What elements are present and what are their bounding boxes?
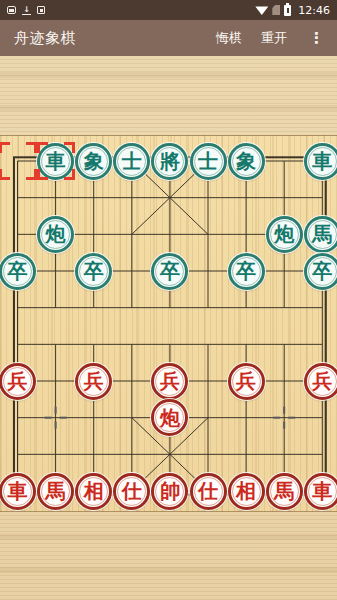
piece-glyph: 卒 <box>160 261 180 281</box>
piece-black-炮[interactable]: 炮 <box>266 216 303 253</box>
piece-glyph: 兵 <box>84 371 104 391</box>
piece-red-車[interactable]: 車 <box>304 473 337 510</box>
no-sim-icon <box>272 5 280 15</box>
app-bar: 舟迹象棋 悔棋 重开 ⋮ <box>0 20 337 56</box>
piece-black-士[interactable]: 士 <box>113 143 150 180</box>
piece-glyph: 卒 <box>8 261 28 281</box>
piece-black-象[interactable]: 象 <box>228 143 265 180</box>
piece-glyph: 兵 <box>312 371 332 391</box>
photo-icon <box>7 6 16 14</box>
piece-glyph: 仕 <box>122 481 142 501</box>
piece-red-馬[interactable]: 馬 <box>266 473 303 510</box>
piece-black-卒[interactable]: 卒 <box>0 253 36 290</box>
piece-red-仕[interactable]: 仕 <box>113 473 150 510</box>
piece-glyph: 車 <box>312 481 332 501</box>
piece-black-象[interactable]: 象 <box>75 143 112 180</box>
xiangqi-board[interactable]: 車象士將士象車炮炮馬卒卒卒卒卒兵兵兵兵兵炮車馬相仕帥仕相馬車 <box>0 135 337 512</box>
piece-red-兵[interactable]: 兵 <box>228 363 265 400</box>
piece-black-卒[interactable]: 卒 <box>75 253 112 290</box>
piece-glyph: 士 <box>122 151 142 171</box>
piece-black-馬[interactable]: 馬 <box>304 216 337 253</box>
piece-red-兵[interactable]: 兵 <box>0 363 36 400</box>
piece-glyph: 卒 <box>312 261 332 281</box>
status-bar: ↓ 12:46 <box>0 0 337 20</box>
overflow-menu-icon[interactable]: ⋮ <box>306 29 327 47</box>
piece-red-車[interactable]: 車 <box>0 473 36 510</box>
piece-red-馬[interactable]: 馬 <box>37 473 74 510</box>
piece-glyph: 帥 <box>160 481 180 501</box>
piece-red-仕[interactable]: 仕 <box>190 473 227 510</box>
clock: 12:46 <box>298 4 330 17</box>
piece-glyph: 車 <box>312 151 332 171</box>
piece-glyph: 卒 <box>84 261 104 281</box>
piece-glyph: 車 <box>46 151 66 171</box>
piece-glyph: 相 <box>84 481 104 501</box>
piece-glyph: 象 <box>84 151 104 171</box>
piece-glyph: 車 <box>8 481 28 501</box>
piece-red-相[interactable]: 相 <box>75 473 112 510</box>
piece-glyph: 仕 <box>198 481 218 501</box>
piece-glyph: 卒 <box>236 261 256 281</box>
piece-glyph: 相 <box>236 481 256 501</box>
piece-glyph: 馬 <box>312 224 332 244</box>
piece-red-帥[interactable]: 帥 <box>151 473 188 510</box>
piece-glyph: 馬 <box>46 481 66 501</box>
app-title: 舟迹象棋 <box>14 29 76 48</box>
piece-glyph: 象 <box>236 151 256 171</box>
piece-black-卒[interactable]: 卒 <box>304 253 337 290</box>
wifi-icon <box>255 5 268 15</box>
piece-glyph: 將 <box>160 151 180 171</box>
piece-black-車[interactable]: 車 <box>304 143 337 180</box>
piece-black-卒[interactable]: 卒 <box>228 253 265 290</box>
piece-red-兵[interactable]: 兵 <box>151 363 188 400</box>
status-bar-system: 12:46 <box>255 4 330 17</box>
app-screen: ↓ 12:46 舟迹象棋 悔棋 重开 ⋮ 車象士將士象車炮炮馬卒卒卒卒卒兵兵兵兵… <box>0 0 337 600</box>
piece-red-兵[interactable]: 兵 <box>75 363 112 400</box>
board-background: 車象士將士象車炮炮馬卒卒卒卒卒兵兵兵兵兵炮車馬相仕帥仕相馬車 <box>0 56 337 600</box>
piece-black-將[interactable]: 將 <box>151 143 188 180</box>
piece-black-卒[interactable]: 卒 <box>151 253 188 290</box>
piece-red-相[interactable]: 相 <box>228 473 265 510</box>
piece-red-兵[interactable]: 兵 <box>304 363 337 400</box>
screenshot-icon <box>37 6 45 14</box>
app-bar-actions: 悔棋 重开 ⋮ <box>216 29 327 47</box>
piece-black-士[interactable]: 士 <box>190 143 227 180</box>
piece-black-炮[interactable]: 炮 <box>37 216 74 253</box>
download-icon: ↓ <box>22 6 31 15</box>
piece-glyph: 兵 <box>8 371 28 391</box>
battery-icon <box>284 5 291 16</box>
board-grid <box>0 136 337 512</box>
piece-glyph: 馬 <box>274 481 294 501</box>
piece-black-車[interactable]: 車 <box>37 143 74 180</box>
piece-glyph: 炮 <box>274 224 294 244</box>
undo-move-button[interactable]: 悔棋 <box>216 29 242 47</box>
piece-glyph: 兵 <box>160 371 180 391</box>
restart-game-button[interactable]: 重开 <box>261 29 287 47</box>
piece-glyph: 兵 <box>236 371 256 391</box>
piece-glyph: 炮 <box>160 408 180 428</box>
status-bar-notifications: ↓ <box>7 6 45 15</box>
piece-glyph: 士 <box>198 151 218 171</box>
piece-glyph: 炮 <box>46 224 66 244</box>
